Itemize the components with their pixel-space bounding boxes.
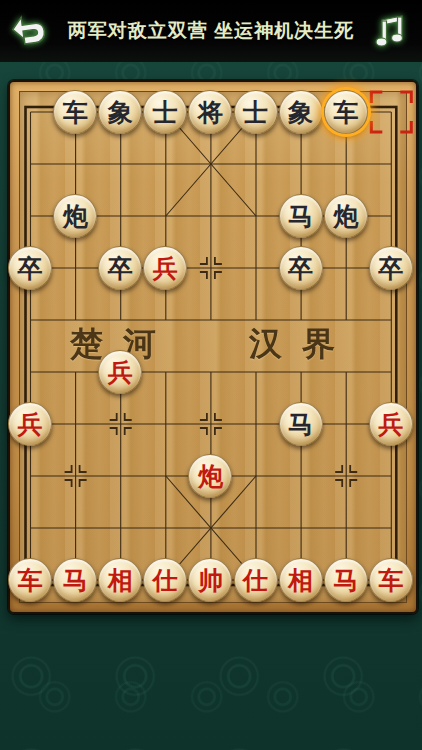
- piece-black-soldier[interactable]: 卒: [369, 246, 413, 290]
- piece-red-elephant[interactable]: 相: [98, 558, 142, 602]
- piece-red-soldier[interactable]: 兵: [98, 350, 142, 394]
- piece-black-advisor[interactable]: 士: [143, 90, 187, 134]
- piece-red-soldier[interactable]: 兵: [143, 246, 187, 290]
- piece-red-elephant[interactable]: 相: [279, 558, 323, 602]
- piece-black-horse[interactable]: 马: [279, 402, 323, 446]
- piece-red-cannon[interactable]: 炮: [188, 454, 232, 498]
- piece-black-soldier[interactable]: 卒: [98, 246, 142, 290]
- piece-black-soldier[interactable]: 卒: [8, 246, 52, 290]
- piece-red-chariot[interactable]: 车: [369, 558, 413, 602]
- piece-black-elephant[interactable]: 象: [98, 90, 142, 134]
- piece-red-soldier[interactable]: 兵: [8, 402, 52, 446]
- piece-black-elephant[interactable]: 象: [279, 90, 323, 134]
- title-bar: 两军对敌立双营 坐运神机决生死: [0, 0, 422, 62]
- piece-red-advisor[interactable]: 仕: [234, 558, 278, 602]
- back-button[interactable]: [3, 3, 59, 59]
- piece-black-general[interactable]: 将: [188, 90, 232, 134]
- page-title: 两军对敌立双营 坐运神机决生死: [62, 18, 360, 44]
- pieces-layer: 车象士将士象车炮马炮卒卒兵卒卒兵兵马兵炮车马相仕帅仕相马车: [8, 86, 414, 606]
- music-button[interactable]: [363, 3, 419, 59]
- music-note-icon: [369, 8, 413, 55]
- app-screen: 两军对敌立双营 坐运神机决生死 楚河 汉界 车象士将士象车炮马炮卒卒兵卒卒兵兵马…: [0, 0, 422, 750]
- piece-red-soldier[interactable]: 兵: [369, 402, 413, 446]
- piece-black-advisor[interactable]: 士: [234, 90, 278, 134]
- piece-black-chariot[interactable]: 车: [324, 90, 368, 134]
- piece-red-general[interactable]: 帅: [188, 558, 232, 602]
- piece-red-horse[interactable]: 马: [53, 558, 97, 602]
- piece-black-soldier[interactable]: 卒: [279, 246, 323, 290]
- piece-black-horse[interactable]: 马: [279, 194, 323, 238]
- piece-black-cannon[interactable]: 炮: [324, 194, 368, 238]
- xiangqi-board: 楚河 汉界 车象士将士象车炮马炮卒卒兵卒卒兵兵马兵炮车马相仕帅仕相马车: [8, 80, 418, 614]
- piece-red-advisor[interactable]: 仕: [143, 558, 187, 602]
- piece-red-horse[interactable]: 马: [324, 558, 368, 602]
- piece-black-cannon[interactable]: 炮: [53, 194, 97, 238]
- back-arrow-icon: [9, 8, 53, 55]
- piece-black-chariot[interactable]: 车: [53, 90, 97, 134]
- piece-red-chariot[interactable]: 车: [8, 558, 52, 602]
